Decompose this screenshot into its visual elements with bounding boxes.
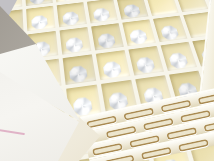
tray-cell [153,16,188,43]
photo-scene [0,0,214,161]
crystal-bead [97,33,116,49]
crystal-bead [29,0,45,5]
crystal-bead [102,61,122,79]
tray-cell [175,0,208,12]
crystal-bead [129,29,149,45]
tray-cell [63,54,97,85]
crystal-bead [65,37,84,53]
crystal-bead [135,56,156,73]
tray-cell [146,0,179,16]
tray-cell [26,6,55,32]
crystal-bead [59,0,76,1]
crystal-bead [69,65,89,83]
crystal-bead [62,11,80,26]
tray-cell [128,46,164,76]
crystal-bead [168,52,189,69]
tray-cell [96,50,131,80]
rib-slot [178,138,209,151]
crystal-bead [123,4,142,18]
crystal-bead [31,15,48,30]
tray-cell [161,42,198,71]
tray-cell [117,0,149,20]
tray-cell [91,23,124,50]
tray-cell [60,27,92,55]
rib-slot [203,119,214,132]
rib-slot [104,154,135,161]
tray-cell [87,0,118,24]
rib-slot [141,146,172,159]
tray-cell [57,2,87,27]
crystal-bead [93,7,111,22]
crystal-bead [160,25,180,41]
tray-cell [122,19,156,46]
